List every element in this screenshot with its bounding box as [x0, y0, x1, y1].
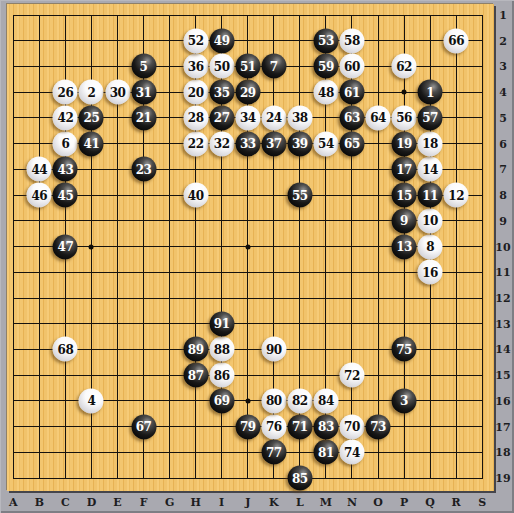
row-label-14: 14	[495, 343, 510, 356]
row-label-9: 9	[499, 214, 507, 227]
column-label-M: M	[320, 496, 332, 509]
row-label-19: 19	[495, 472, 510, 485]
column-label-L: L	[296, 496, 304, 509]
column-label-N: N	[347, 496, 357, 509]
row-label-13: 13	[495, 317, 510, 330]
row-label-16: 16	[495, 394, 510, 407]
row-label-11: 11	[495, 266, 510, 279]
column-label-I: I	[219, 496, 224, 509]
column-label-A: A	[9, 496, 18, 509]
row-label-18: 18	[495, 446, 510, 459]
row-label-17: 17	[495, 420, 510, 433]
column-label-H: H	[190, 496, 200, 509]
column-label-K: K	[269, 496, 279, 509]
column-label-S: S	[478, 496, 486, 509]
column-label-R: R	[452, 496, 461, 509]
column-label-Q: Q	[425, 496, 435, 509]
column-label-G: G	[165, 496, 174, 509]
row-label-1: 1	[499, 9, 507, 22]
row-label-12: 12	[495, 292, 510, 305]
row-label-4: 4	[499, 86, 507, 99]
coordinate-labels-layer: ABCDEFGHIJKLMNOPQRS123456789101112131415…	[0, 0, 514, 513]
column-label-D: D	[87, 496, 97, 509]
column-label-E: E	[113, 496, 121, 509]
row-label-7: 7	[499, 163, 507, 176]
row-label-2: 2	[499, 34, 507, 47]
go-game-diagram: 1234567891011121314151617181920212223242…	[0, 0, 514, 513]
row-label-6: 6	[499, 137, 507, 150]
column-label-F: F	[140, 496, 148, 509]
column-label-J: J	[245, 496, 250, 509]
column-label-C: C	[61, 496, 70, 509]
column-label-B: B	[35, 496, 44, 509]
row-label-8: 8	[499, 189, 507, 202]
row-label-5: 5	[499, 111, 507, 124]
column-label-O: O	[373, 496, 383, 509]
row-label-15: 15	[495, 369, 510, 382]
column-label-P: P	[400, 496, 408, 509]
row-label-3: 3	[499, 60, 507, 73]
row-label-10: 10	[495, 240, 510, 253]
